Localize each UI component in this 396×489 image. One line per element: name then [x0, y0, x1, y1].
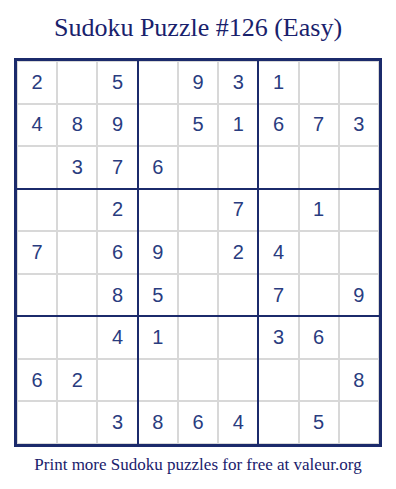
cell-r1c5[interactable]: 9: [178, 61, 218, 104]
cell-r1c4[interactable]: [138, 61, 178, 104]
cell-r3c5[interactable]: [178, 146, 218, 189]
cell-r6c3[interactable]: 8: [97, 274, 137, 317]
cell-r7c9[interactable]: [339, 316, 379, 359]
cell-r5c2[interactable]: [57, 231, 97, 274]
box-divider-vertical-1: [137, 61, 139, 444]
cell-r1c8[interactable]: [299, 61, 339, 104]
cell-r6c8[interactable]: [299, 274, 339, 317]
cell-r7c2[interactable]: [57, 316, 97, 359]
cell-r9c1[interactable]: [17, 401, 57, 444]
cell-r2c9[interactable]: 3: [339, 104, 379, 147]
cell-r8c7[interactable]: [258, 359, 298, 402]
cell-r4c8[interactable]: 1: [299, 189, 339, 232]
cell-r8c1[interactable]: 6: [17, 359, 57, 402]
cell-r5c4[interactable]: 9: [138, 231, 178, 274]
cell-r7c6[interactable]: [218, 316, 258, 359]
cell-r8c6[interactable]: [218, 359, 258, 402]
cell-r3c4[interactable]: 6: [138, 146, 178, 189]
cell-r4c3[interactable]: 2: [97, 189, 137, 232]
cell-r5c8[interactable]: [299, 231, 339, 274]
cell-r7c7[interactable]: 3: [258, 316, 298, 359]
cell-r5c6[interactable]: 2: [218, 231, 258, 274]
cell-r8c4[interactable]: [138, 359, 178, 402]
cell-r2c5[interactable]: 5: [178, 104, 218, 147]
cell-r5c5[interactable]: [178, 231, 218, 274]
cell-r3c1[interactable]: [17, 146, 57, 189]
cell-r3c8[interactable]: [299, 146, 339, 189]
cell-r9c4[interactable]: 8: [138, 401, 178, 444]
sudoku-page: Sudoku Puzzle #126 (Easy) 25931489516733…: [0, 0, 396, 489]
cell-r3c2[interactable]: 3: [57, 146, 97, 189]
cell-r1c9[interactable]: [339, 61, 379, 104]
cell-r6c2[interactable]: [57, 274, 97, 317]
cell-r7c8[interactable]: 6: [299, 316, 339, 359]
cell-r8c8[interactable]: [299, 359, 339, 402]
cell-r4c1[interactable]: [17, 189, 57, 232]
cell-r9c3[interactable]: 3: [97, 401, 137, 444]
cell-r2c7[interactable]: 6: [258, 104, 298, 147]
cell-r5c7[interactable]: 4: [258, 231, 298, 274]
cell-r8c2[interactable]: 2: [57, 359, 97, 402]
cell-r2c1[interactable]: 4: [17, 104, 57, 147]
cell-r5c9[interactable]: [339, 231, 379, 274]
cell-r6c5[interactable]: [178, 274, 218, 317]
sudoku-board: 2593148951673376271769248579413662838645: [14, 58, 382, 447]
page-title: Sudoku Puzzle #126 (Easy): [0, 0, 396, 43]
cell-r2c8[interactable]: 7: [299, 104, 339, 147]
cell-r9c9[interactable]: [339, 401, 379, 444]
cell-r2c6[interactable]: 1: [218, 104, 258, 147]
cell-r7c5[interactable]: [178, 316, 218, 359]
cell-r6c1[interactable]: [17, 274, 57, 317]
cell-r6c9[interactable]: 9: [339, 274, 379, 317]
cell-r9c2[interactable]: [57, 401, 97, 444]
cell-r5c3[interactable]: 6: [97, 231, 137, 274]
cell-r8c5[interactable]: [178, 359, 218, 402]
footer-text: Print more Sudoku puzzles for free at va…: [0, 454, 396, 475]
cell-r4c5[interactable]: [178, 189, 218, 232]
cell-r4c2[interactable]: [57, 189, 97, 232]
cell-r2c2[interactable]: 8: [57, 104, 97, 147]
box-divider-horizontal-1: [17, 188, 379, 190]
cell-r7c4[interactable]: 1: [138, 316, 178, 359]
cell-r3c9[interactable]: [339, 146, 379, 189]
cell-r4c9[interactable]: [339, 189, 379, 232]
cell-r4c4[interactable]: [138, 189, 178, 232]
cell-r5c1[interactable]: 7: [17, 231, 57, 274]
cell-r4c6[interactable]: 7: [218, 189, 258, 232]
cell-r9c6[interactable]: 4: [218, 401, 258, 444]
cell-r8c9[interactable]: 8: [339, 359, 379, 402]
cell-r7c3[interactable]: 4: [97, 316, 137, 359]
cell-r7c1[interactable]: [17, 316, 57, 359]
cell-r9c5[interactable]: 6: [178, 401, 218, 444]
cell-r4c7[interactable]: [258, 189, 298, 232]
cell-r1c6[interactable]: 3: [218, 61, 258, 104]
cell-r1c3[interactable]: 5: [97, 61, 137, 104]
cell-r6c6[interactable]: [218, 274, 258, 317]
cell-r9c8[interactable]: 5: [299, 401, 339, 444]
cell-r2c4[interactable]: [138, 104, 178, 147]
cell-r8c3[interactable]: [97, 359, 137, 402]
cell-r3c7[interactable]: [258, 146, 298, 189]
cell-r2c3[interactable]: 9: [97, 104, 137, 147]
cell-r1c7[interactable]: 1: [258, 61, 298, 104]
cell-r6c4[interactable]: 5: [138, 274, 178, 317]
cell-r6c7[interactable]: 7: [258, 274, 298, 317]
cell-r3c3[interactable]: 7: [97, 146, 137, 189]
cell-r1c1[interactable]: 2: [17, 61, 57, 104]
box-divider-vertical-2: [257, 61, 259, 444]
cell-r1c2[interactable]: [57, 61, 97, 104]
cell-r3c6[interactable]: [218, 146, 258, 189]
box-divider-horizontal-2: [17, 315, 379, 317]
cell-r9c7[interactable]: [258, 401, 298, 444]
